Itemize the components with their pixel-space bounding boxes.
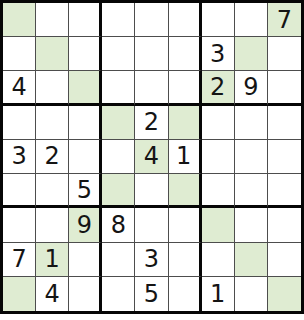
cell-r5c1[interactable]: 3	[3, 140, 36, 174]
given-digit: 3	[210, 42, 225, 66]
cell-r3c5[interactable]	[135, 71, 168, 105]
cell-r6c6[interactable]	[169, 174, 202, 208]
cell-r1c4[interactable]	[102, 3, 135, 37]
cell-r9c3[interactable]	[69, 277, 102, 311]
cell-r9c2[interactable]: 4	[36, 277, 69, 311]
cell-r9c1[interactable]	[3, 277, 36, 311]
cell-r3c8[interactable]: 9	[235, 71, 268, 105]
cell-r5c5[interactable]: 4	[135, 140, 168, 174]
cell-r1c1[interactable]	[3, 3, 36, 37]
cell-r8c3[interactable]	[69, 243, 102, 277]
cell-r3c9[interactable]	[268, 71, 301, 105]
cell-r2c4[interactable]	[102, 37, 135, 71]
cell-r9c6[interactable]	[169, 277, 202, 311]
cell-r4c2[interactable]	[36, 106, 69, 140]
cell-r9c5[interactable]: 5	[135, 277, 168, 311]
cell-r3c7[interactable]: 2	[202, 71, 235, 105]
given-digit: 2	[210, 75, 225, 99]
cell-r6c9[interactable]	[268, 174, 301, 208]
cell-r5c9[interactable]	[268, 140, 301, 174]
cell-r8c8[interactable]	[235, 243, 268, 277]
cell-r2c2[interactable]	[36, 37, 69, 71]
cell-r7c8[interactable]	[235, 208, 268, 242]
cell-r3c4[interactable]	[102, 71, 135, 105]
cell-r7c6[interactable]	[169, 208, 202, 242]
given-digit: 4	[144, 144, 159, 168]
cell-r6c8[interactable]	[235, 174, 268, 208]
cell-r7c2[interactable]	[36, 208, 69, 242]
cell-r2c9[interactable]	[268, 37, 301, 71]
cell-r8c9[interactable]	[268, 243, 301, 277]
cell-r3c6[interactable]	[169, 71, 202, 105]
cell-r4c5[interactable]: 2	[135, 106, 168, 140]
cell-r2c1[interactable]	[3, 37, 36, 71]
cell-r4c8[interactable]	[235, 106, 268, 140]
cell-r8c2[interactable]: 1	[36, 243, 69, 277]
cell-r2c6[interactable]	[169, 37, 202, 71]
given-digit: 8	[111, 213, 126, 237]
cell-r6c3[interactable]: 5	[69, 174, 102, 208]
given-digit: 1	[210, 282, 225, 306]
cell-r6c7[interactable]	[202, 174, 235, 208]
cell-r3c3[interactable]	[69, 71, 102, 105]
cell-r9c9[interactable]	[268, 277, 301, 311]
cell-r9c8[interactable]	[235, 277, 268, 311]
cell-r2c5[interactable]	[135, 37, 168, 71]
given-digit: 7	[277, 8, 292, 32]
cell-r5c4[interactable]	[102, 140, 135, 174]
cell-r3c2[interactable]	[36, 71, 69, 105]
given-digit: 3	[144, 247, 159, 271]
cell-r1c3[interactable]	[69, 3, 102, 37]
cell-r8c7[interactable]	[202, 243, 235, 277]
given-digit: 1	[176, 144, 191, 168]
given-digit: 4	[11, 75, 26, 99]
cell-r6c5[interactable]	[135, 174, 168, 208]
cell-r5c2[interactable]: 2	[36, 140, 69, 174]
given-digit: 7	[11, 247, 26, 271]
cell-r3c1[interactable]: 4	[3, 71, 36, 105]
given-digit: 9	[77, 213, 92, 237]
cell-r2c3[interactable]	[69, 37, 102, 71]
sudoku-puzzle: 7342923241598713451	[0, 0, 304, 320]
cell-r1c5[interactable]	[135, 3, 168, 37]
cell-r4c7[interactable]	[202, 106, 235, 140]
cell-r7c3[interactable]: 9	[69, 208, 102, 242]
cell-r1c2[interactable]	[36, 3, 69, 37]
cell-r8c4[interactable]	[102, 243, 135, 277]
cell-r4c6[interactable]	[169, 106, 202, 140]
cell-r7c5[interactable]	[135, 208, 168, 242]
cell-r4c9[interactable]	[268, 106, 301, 140]
cell-r1c9[interactable]: 7	[268, 3, 301, 37]
cell-r4c1[interactable]	[3, 106, 36, 140]
cell-r8c5[interactable]: 3	[135, 243, 168, 277]
given-digit: 1	[45, 247, 60, 271]
given-digit: 4	[45, 282, 60, 306]
cell-r6c2[interactable]	[36, 174, 69, 208]
cell-r2c8[interactable]	[235, 37, 268, 71]
cell-r5c8[interactable]	[235, 140, 268, 174]
cell-r6c1[interactable]	[3, 174, 36, 208]
cell-r1c8[interactable]	[235, 3, 268, 37]
cell-r7c1[interactable]	[3, 208, 36, 242]
cell-r5c3[interactable]	[69, 140, 102, 174]
cell-r9c7[interactable]: 1	[202, 277, 235, 311]
cell-r1c6[interactable]	[169, 3, 202, 37]
given-digit: 3	[11, 144, 26, 168]
given-digit: 2	[45, 144, 60, 168]
cell-r4c4[interactable]	[102, 106, 135, 140]
cell-r2c7[interactable]: 3	[202, 37, 235, 71]
cell-r9c4[interactable]	[102, 277, 135, 311]
cell-r8c1[interactable]: 7	[3, 243, 36, 277]
cell-r6c4[interactable]	[102, 174, 135, 208]
cell-r8c6[interactable]	[169, 243, 202, 277]
cell-r5c7[interactable]	[202, 140, 235, 174]
sudoku-board: 7342923241598713451	[0, 0, 304, 314]
given-digit: 9	[243, 75, 258, 99]
given-digit: 5	[144, 282, 159, 306]
cell-r4c3[interactable]	[69, 106, 102, 140]
cell-r5c6[interactable]: 1	[169, 140, 202, 174]
cell-r7c9[interactable]	[268, 208, 301, 242]
given-digit: 5	[77, 178, 92, 202]
cell-r1c7[interactable]	[202, 3, 235, 37]
cell-r7c7[interactable]	[202, 208, 235, 242]
cell-r7c4[interactable]: 8	[102, 208, 135, 242]
given-digit: 2	[144, 110, 159, 134]
